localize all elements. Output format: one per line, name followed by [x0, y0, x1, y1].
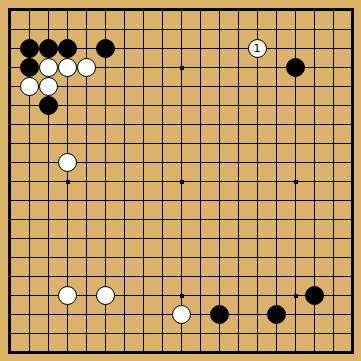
stone-white — [58, 153, 77, 172]
star-point — [294, 294, 298, 298]
stone-black — [96, 39, 115, 58]
stone-black — [39, 96, 58, 115]
stone-white — [96, 286, 115, 305]
stone-white: 1 — [248, 39, 267, 58]
stone-white — [58, 286, 77, 305]
stone-black — [58, 39, 77, 58]
stone-black — [286, 58, 305, 77]
star-point — [66, 180, 70, 184]
stone-white — [77, 58, 96, 77]
stone-white — [20, 77, 39, 96]
stone-white — [172, 305, 191, 324]
star-point — [180, 294, 184, 298]
star-point — [180, 180, 184, 184]
stone-black — [39, 39, 58, 58]
go-board: 1 — [0, 0, 361, 361]
star-point — [294, 180, 298, 184]
stone-black — [20, 39, 39, 58]
stone-white — [39, 77, 58, 96]
star-point — [180, 66, 184, 70]
stone-black — [267, 305, 286, 324]
stone-black — [305, 286, 324, 305]
stone-black — [20, 58, 39, 77]
stone-white — [39, 58, 58, 77]
stone-black — [210, 305, 229, 324]
move-number-label: 1 — [254, 43, 261, 54]
stone-white — [58, 58, 77, 77]
